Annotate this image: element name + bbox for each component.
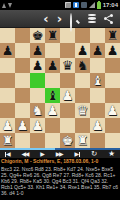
square-g6[interactable] [90, 58, 105, 73]
piece-black-pawn: ♟ [2, 44, 14, 57]
square-g2[interactable]: ♟ [90, 118, 105, 133]
square-f2[interactable] [75, 118, 90, 133]
square-d3[interactable]: ♟ [45, 103, 60, 118]
square-e7[interactable] [60, 43, 75, 58]
square-h5[interactable] [105, 73, 120, 88]
square-c6[interactable]: ♟ [30, 58, 45, 73]
app-toolbar: ‹ › [0, 10, 120, 28]
favorite-button[interactable]: ★ [108, 150, 115, 158]
square-e3[interactable] [60, 103, 75, 118]
square-b7[interactable] [15, 43, 30, 58]
search-icon [70, 13, 72, 32]
piece-black-bishop: ♝ [47, 89, 59, 102]
square-d5[interactable] [45, 73, 60, 88]
square-b3[interactable] [15, 103, 30, 118]
square-c7[interactable]: ♟ [30, 43, 45, 58]
square-b5[interactable] [15, 73, 30, 88]
move-line[interactable]: Rcb1 Qc5+ 33. Kh1 Re1+ 34. Rxe1 Bxe1 35.… [1, 184, 119, 190]
database-button[interactable] [88, 14, 96, 23]
square-b2[interactable]: ♟ [15, 118, 30, 133]
square-f7[interactable]: ♟ [75, 43, 90, 58]
piece-white-rook: ♜ [77, 134, 89, 147]
square-d4[interactable]: ♝ [45, 88, 60, 103]
piece-white-queen: ♛ [77, 104, 89, 117]
status-bar: 17:04 [0, 0, 120, 10]
square-h2[interactable] [105, 118, 120, 133]
square-d7[interactable] [45, 43, 60, 58]
chess-board[interactable]: ♚♜♜♟♟♟♟♟♟♟♛♞♝♝♟♞♟♛♟♟♟♟♟♜♚♜ [0, 28, 120, 148]
piece-black-pawn: ♟ [92, 44, 104, 57]
piece-black-rook: ♜ [107, 29, 119, 42]
square-f6[interactable]: ♞ [75, 58, 90, 73]
square-g3[interactable] [90, 103, 105, 118]
game-header[interactable]: Chigorin, M - Schiffers, E, 1878.03.06, … [0, 158, 120, 165]
square-h7[interactable]: ♟ [105, 43, 120, 58]
square-e6[interactable]: ♛ [60, 58, 75, 73]
play-button[interactable]: ▶ [40, 150, 45, 158]
piece-white-king: ♚ [62, 134, 74, 147]
move-line[interactable]: 36. d4 1-0 [1, 190, 119, 196]
square-a6[interactable] [0, 58, 15, 73]
status-clock: 17:04 [103, 0, 118, 10]
square-d2[interactable] [45, 118, 60, 133]
square-g8[interactable] [90, 28, 105, 43]
piece-black-pawn: ♟ [77, 44, 89, 57]
piece-white-pawn: ♟ [107, 104, 119, 117]
piece-white-bishop: ♝ [92, 74, 104, 87]
square-c4[interactable] [30, 88, 45, 103]
piece-white-pawn: ♟ [62, 89, 74, 102]
square-b8[interactable] [15, 28, 30, 43]
square-a2[interactable]: ♟ [0, 118, 15, 133]
square-d6[interactable]: ♟ [45, 58, 60, 73]
piece-black-queen: ♛ [62, 59, 74, 72]
square-f3[interactable]: ♛ [75, 103, 90, 118]
square-c2[interactable]: ♟ [30, 118, 45, 133]
square-h4[interactable] [105, 88, 120, 103]
square-a5[interactable] [0, 73, 15, 88]
square-c5[interactable] [30, 73, 45, 88]
first-move-button[interactable]: ◀ [5, 150, 11, 158]
app-screen: 17:04 ‹ › ♚♜♜♟♟♟♟♟♟♟♛♞♝♝♟♞♟♛♟♟♟♟♟♜♚♜ ◀ ◀… [0, 0, 120, 200]
square-c8[interactable]: ♚ [30, 28, 45, 43]
square-h6[interactable] [105, 58, 120, 73]
flip-board-button[interactable]: ↻ [91, 150, 97, 158]
square-h8[interactable]: ♜ [105, 28, 120, 43]
piece-white-pawn: ♟ [32, 119, 44, 132]
square-b6[interactable] [15, 58, 30, 73]
square-e8[interactable] [60, 28, 75, 43]
notification-icon [81, 2, 87, 8]
playback-controls: ◀ ◀◀ ▶ ▶▶ ▶ ↻ ★ [0, 150, 120, 158]
piece-white-pawn: ♟ [2, 119, 14, 132]
square-b4[interactable] [15, 88, 30, 103]
battery-icon [97, 2, 101, 9]
square-d1[interactable] [45, 133, 60, 148]
move-line[interactable]: Kb6 29. Rb8+ Ka5 30. Qg4 Bc3 31. Qf4 Qa3… [1, 178, 119, 184]
data-up-icon [2, 3, 6, 8]
square-g4[interactable] [90, 88, 105, 103]
piece-white-pawn: ♟ [47, 104, 59, 117]
square-g1[interactable] [90, 133, 105, 148]
square-f4[interactable] [75, 88, 90, 103]
square-e2[interactable] [60, 118, 75, 133]
square-e5[interactable] [60, 73, 75, 88]
square-f8[interactable] [75, 28, 90, 43]
piece-black-king: ♚ [32, 29, 44, 42]
data-down-icon [8, 3, 12, 8]
square-g7[interactable]: ♟ [90, 43, 105, 58]
piece-black-knight: ♞ [77, 59, 89, 72]
square-g5[interactable]: ♝ [90, 73, 105, 88]
square-c3[interactable]: ♞ [30, 103, 45, 118]
square-e4[interactable]: ♟ [60, 88, 75, 103]
forward-button[interactable]: › [57, 11, 62, 27]
square-f5[interactable] [75, 73, 90, 88]
usb-notification-icon [73, 2, 79, 8]
square-f1[interactable]: ♜ [75, 133, 90, 148]
piece-white-rook: ♜ [2, 134, 14, 147]
signal-strength-icon [89, 2, 95, 8]
square-a3[interactable] [0, 103, 15, 118]
square-h1[interactable] [105, 133, 120, 148]
piece-white-pawn: ♟ [17, 119, 29, 132]
square-h3[interactable]: ♟ [105, 103, 120, 118]
square-d8[interactable]: ♜ [45, 28, 60, 43]
share-button[interactable] [104, 14, 113, 24]
square-a7[interactable]: ♟ [0, 43, 15, 58]
search-button[interactable] [70, 14, 80, 24]
square-a1[interactable]: ♜ [0, 133, 15, 148]
square-c1[interactable] [30, 133, 45, 148]
piece-white-pawn: ♟ [92, 119, 104, 132]
next-move-button[interactable]: ▶▶ [56, 150, 64, 158]
square-b1[interactable] [15, 133, 30, 148]
piece-black-pawn: ♟ [107, 44, 119, 57]
previous-move-button[interactable]: ◀◀ [22, 150, 30, 158]
screenshot-icon [65, 2, 71, 8]
move-line[interactable]: 25. Qg4+ Re6 26. Qg8 Re7 27. Rd8+ Kc6 28… [1, 172, 119, 178]
move-list[interactable]: Bxc3 22. Nxc6 Rd8 23. Rb8+ Kd7 24. Nxe5+… [0, 165, 120, 200]
move-line[interactable]: Bxc3 22. Nxc6 Rd8 23. Rb8+ Kd7 24. Nxe5+… [1, 166, 119, 172]
square-a8[interactable] [0, 28, 15, 43]
piece-black-pawn: ♟ [32, 59, 44, 72]
square-a4[interactable] [0, 88, 15, 103]
last-move-button[interactable]: ▶ [74, 150, 80, 158]
piece-black-rook: ♜ [47, 29, 59, 42]
piece-white-knight: ♞ [32, 104, 44, 117]
database-icon [88, 14, 96, 16]
piece-black-pawn: ♟ [47, 59, 59, 72]
back-button[interactable]: ‹ [43, 11, 48, 27]
piece-black-pawn: ♟ [32, 44, 44, 57]
square-e1[interactable]: ♚ [60, 133, 75, 148]
